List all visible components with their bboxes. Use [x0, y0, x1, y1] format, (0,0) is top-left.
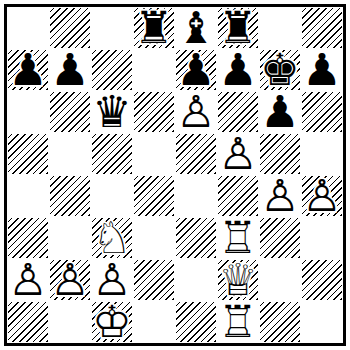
- square-c4[interactable]: [91, 175, 133, 217]
- piece-white-king: ♚♔: [91, 301, 133, 343]
- square-d3[interactable]: [133, 217, 175, 259]
- square-c5[interactable]: [91, 133, 133, 175]
- square-h6[interactable]: [301, 91, 343, 133]
- square-h2[interactable]: [301, 259, 343, 301]
- square-a6[interactable]: [7, 91, 49, 133]
- square-g7[interactable]: ♚♚: [259, 49, 301, 91]
- square-c1[interactable]: ♚♔: [91, 301, 133, 343]
- square-a3[interactable]: [7, 217, 49, 259]
- square-b5[interactable]: [49, 133, 91, 175]
- piece-black-pawn: ♟♟: [7, 49, 49, 91]
- square-b4[interactable]: [49, 175, 91, 217]
- piece-glyph: ♜: [133, 7, 175, 49]
- piece-black-pawn: ♟♟: [49, 49, 91, 91]
- square-g4[interactable]: ♟♙: [259, 175, 301, 217]
- piece-glyph: ♟: [217, 49, 259, 91]
- square-f7[interactable]: ♟♟: [217, 49, 259, 91]
- square-g2[interactable]: [259, 259, 301, 301]
- piece-glyph: ♟: [175, 49, 217, 91]
- piece-glyph: ♟: [301, 49, 343, 91]
- square-a7[interactable]: ♟♟: [7, 49, 49, 91]
- piece-glyph: ♝: [175, 7, 217, 49]
- square-e7[interactable]: ♟♟: [175, 49, 217, 91]
- square-b2[interactable]: ♟♙: [49, 259, 91, 301]
- piece-white-rook: ♜♖: [217, 217, 259, 259]
- square-g5[interactable]: [259, 133, 301, 175]
- piece-glyph: ♛: [91, 91, 133, 133]
- piece-glyph: ♟: [49, 49, 91, 91]
- square-f5[interactable]: ♟♙: [217, 133, 259, 175]
- piece-white-queen: ♛♕: [217, 259, 259, 301]
- square-c3[interactable]: ♞♘: [91, 217, 133, 259]
- piece-white-pawn: ♟♙: [259, 175, 301, 217]
- square-d5[interactable]: [133, 133, 175, 175]
- square-c7[interactable]: [91, 49, 133, 91]
- piece-white-knight: ♞♘: [91, 217, 133, 259]
- piece-black-bishop: ♝♝: [175, 7, 217, 49]
- square-e1[interactable]: [175, 301, 217, 343]
- piece-white-pawn: ♟♙: [91, 259, 133, 301]
- piece-glyph: ♟: [259, 91, 301, 133]
- square-e5[interactable]: [175, 133, 217, 175]
- square-h1[interactable]: [301, 301, 343, 343]
- square-d7[interactable]: [133, 49, 175, 91]
- square-f6[interactable]: [217, 91, 259, 133]
- piece-glyph: ♟: [7, 49, 49, 91]
- piece-black-rook: ♜♜: [133, 7, 175, 49]
- piece-glyph: ♖: [217, 217, 259, 259]
- square-g3[interactable]: [259, 217, 301, 259]
- piece-white-rook: ♜♖: [217, 301, 259, 343]
- square-b6[interactable]: [49, 91, 91, 133]
- piece-glyph: ♖: [217, 301, 259, 343]
- piece-white-pawn: ♟♙: [49, 259, 91, 301]
- square-e4[interactable]: [175, 175, 217, 217]
- piece-white-pawn: ♟♙: [217, 133, 259, 175]
- piece-glyph: ♔: [91, 301, 133, 343]
- piece-glyph: ♙: [175, 91, 217, 133]
- square-f4[interactable]: [217, 175, 259, 217]
- square-a2[interactable]: ♟♙: [7, 259, 49, 301]
- piece-glyph: ♚: [259, 49, 301, 91]
- square-e6[interactable]: ♟♙: [175, 91, 217, 133]
- square-f8[interactable]: ♜♜: [217, 7, 259, 49]
- square-h4[interactable]: ♟♙: [301, 175, 343, 217]
- square-f3[interactable]: ♜♖: [217, 217, 259, 259]
- piece-glyph: ♙: [301, 175, 343, 217]
- square-c2[interactable]: ♟♙: [91, 259, 133, 301]
- piece-glyph: ♕: [217, 259, 259, 301]
- square-h7[interactable]: ♟♟: [301, 49, 343, 91]
- square-h3[interactable]: [301, 217, 343, 259]
- square-b8[interactable]: [49, 7, 91, 49]
- piece-white-pawn: ♟♙: [7, 259, 49, 301]
- piece-glyph: ♙: [91, 259, 133, 301]
- square-a5[interactable]: [7, 133, 49, 175]
- square-d2[interactable]: [133, 259, 175, 301]
- square-g8[interactable]: [259, 7, 301, 49]
- piece-white-pawn: ♟♙: [301, 175, 343, 217]
- piece-black-pawn: ♟♟: [217, 49, 259, 91]
- square-d6[interactable]: [133, 91, 175, 133]
- piece-glyph: ♜: [217, 7, 259, 49]
- square-h5[interactable]: [301, 133, 343, 175]
- piece-glyph: ♙: [217, 133, 259, 175]
- piece-glyph: ♙: [7, 259, 49, 301]
- square-a4[interactable]: [7, 175, 49, 217]
- piece-white-pawn: ♟♙: [175, 91, 217, 133]
- piece-black-pawn: ♟♟: [259, 91, 301, 133]
- square-a8[interactable]: [7, 7, 49, 49]
- square-e3[interactable]: [175, 217, 217, 259]
- piece-glyph: ♙: [49, 259, 91, 301]
- chess-diagram: ♜♜♝♝♜♜♟♟♟♟♟♟♟♟♚♚♟♟♛♛♟♙♟♟♟♙♟♙♟♙♞♘♜♖♟♙♟♙♟♙…: [0, 0, 350, 350]
- square-b1[interactable]: [49, 301, 91, 343]
- square-h8[interactable]: [301, 7, 343, 49]
- square-g1[interactable]: [259, 301, 301, 343]
- square-e8[interactable]: ♝♝: [175, 7, 217, 49]
- piece-black-pawn: ♟♟: [301, 49, 343, 91]
- piece-black-rook: ♜♜: [217, 7, 259, 49]
- piece-glyph: ♘: [91, 217, 133, 259]
- square-g6[interactable]: ♟♟: [259, 91, 301, 133]
- square-f2[interactable]: ♛♕: [217, 259, 259, 301]
- square-a1[interactable]: [7, 301, 49, 343]
- piece-black-pawn: ♟♟: [175, 49, 217, 91]
- square-e2[interactable]: [175, 259, 217, 301]
- square-c8[interactable]: [91, 7, 133, 49]
- square-d1[interactable]: [133, 301, 175, 343]
- chess-board: ♜♜♝♝♜♜♟♟♟♟♟♟♟♟♚♚♟♟♛♛♟♙♟♟♟♙♟♙♟♙♞♘♜♖♟♙♟♙♟♙…: [4, 4, 346, 346]
- square-b7[interactable]: ♟♟: [49, 49, 91, 91]
- piece-black-queen: ♛♛: [91, 91, 133, 133]
- square-d4[interactable]: [133, 175, 175, 217]
- square-d8[interactable]: ♜♜: [133, 7, 175, 49]
- square-b3[interactable]: [49, 217, 91, 259]
- square-f1[interactable]: ♜♖: [217, 301, 259, 343]
- piece-glyph: ♙: [259, 175, 301, 217]
- square-c6[interactable]: ♛♛: [91, 91, 133, 133]
- piece-black-king: ♚♚: [259, 49, 301, 91]
